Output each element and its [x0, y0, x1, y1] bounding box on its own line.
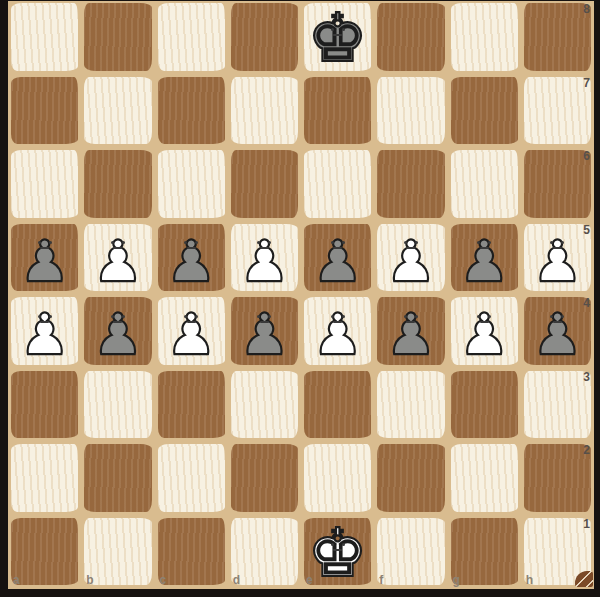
- square-b5[interactable]: ♟: [81, 222, 154, 296]
- square-a2[interactable]: [8, 442, 81, 516]
- king-glyph: ♚: [308, 520, 368, 587]
- square-f8[interactable]: [374, 1, 447, 75]
- square-c7[interactable]: [155, 75, 228, 149]
- black-king-e8[interactable]: ♚: [301, 1, 374, 75]
- square-d5[interactable]: ♟: [228, 222, 301, 296]
- white-pawn-b5[interactable]: ♟: [81, 222, 154, 296]
- rank-label-4: 4: [583, 297, 590, 309]
- pawn-glyph: ♟: [459, 233, 510, 290]
- square-b6[interactable]: [81, 148, 154, 222]
- black-pawn-a5[interactable]: ♟: [8, 222, 81, 296]
- white-pawn-e4[interactable]: ♟: [301, 295, 374, 369]
- square-c1[interactable]: c: [155, 516, 228, 590]
- square-g4[interactable]: ♟: [448, 295, 521, 369]
- square-h5[interactable]: ♟5: [521, 222, 594, 296]
- square-c8[interactable]: [155, 1, 228, 75]
- square-d8[interactable]: [228, 1, 301, 75]
- square-e3[interactable]: [301, 369, 374, 443]
- square-c4[interactable]: ♟: [155, 295, 228, 369]
- file-label-d: d: [233, 574, 240, 586]
- square-f2[interactable]: [374, 442, 447, 516]
- square-b8[interactable]: [81, 1, 154, 75]
- pawn-glyph: ♟: [532, 306, 583, 363]
- chess-board: ♚876♟♟♟♟♟♟♟♟5♟♟♟♟♟♟♟♟432abcd♚efg1h: [8, 1, 594, 589]
- square-d4[interactable]: ♟: [228, 295, 301, 369]
- rank-label-3: 3: [583, 371, 590, 383]
- square-c3[interactable]: [155, 369, 228, 443]
- square-d7[interactable]: [228, 75, 301, 149]
- file-label-e: e: [306, 574, 313, 586]
- square-a5[interactable]: ♟: [8, 222, 81, 296]
- square-h2[interactable]: 2: [521, 442, 594, 516]
- rank-label-6: 6: [583, 150, 590, 162]
- square-e7[interactable]: [301, 75, 374, 149]
- black-pawn-d4[interactable]: ♟: [228, 295, 301, 369]
- file-label-f: f: [379, 574, 383, 586]
- file-label-g: g: [453, 574, 460, 586]
- square-b1[interactable]: b: [81, 516, 154, 590]
- pencil-icon: [575, 571, 593, 587]
- file-label-c: c: [160, 574, 167, 586]
- square-g5[interactable]: ♟: [448, 222, 521, 296]
- pawn-glyph: ♟: [532, 233, 583, 290]
- square-a1[interactable]: a: [8, 516, 81, 590]
- square-h8[interactable]: 8: [521, 1, 594, 75]
- square-a4[interactable]: ♟: [8, 295, 81, 369]
- square-e2[interactable]: [301, 442, 374, 516]
- square-g8[interactable]: [448, 1, 521, 75]
- black-pawn-e5[interactable]: ♟: [301, 222, 374, 296]
- square-h3[interactable]: 3: [521, 369, 594, 443]
- rank-label-5: 5: [583, 224, 590, 236]
- pawn-glyph: ♟: [385, 233, 436, 290]
- rank-label-8: 8: [583, 3, 590, 15]
- square-f3[interactable]: [374, 369, 447, 443]
- white-pawn-c4[interactable]: ♟: [155, 295, 228, 369]
- pawn-glyph: ♟: [312, 306, 363, 363]
- rank-label-7: 7: [583, 77, 590, 89]
- pawn-glyph: ♟: [19, 306, 70, 363]
- white-pawn-d5[interactable]: ♟: [228, 222, 301, 296]
- file-label-h: h: [526, 574, 533, 586]
- square-g3[interactable]: [448, 369, 521, 443]
- square-h7[interactable]: 7: [521, 75, 594, 149]
- square-f4[interactable]: ♟: [374, 295, 447, 369]
- square-b7[interactable]: [81, 75, 154, 149]
- square-b2[interactable]: [81, 442, 154, 516]
- pawn-glyph: ♟: [19, 233, 70, 290]
- square-d6[interactable]: [228, 148, 301, 222]
- rank-label-1: 1: [583, 518, 590, 530]
- square-g2[interactable]: [448, 442, 521, 516]
- square-a7[interactable]: [8, 75, 81, 149]
- square-f7[interactable]: [374, 75, 447, 149]
- king-glyph: ♚: [308, 5, 368, 72]
- square-e5[interactable]: ♟: [301, 222, 374, 296]
- pawn-glyph: ♟: [92, 306, 143, 363]
- square-g6[interactable]: [448, 148, 521, 222]
- square-g1[interactable]: g: [448, 516, 521, 590]
- square-e6[interactable]: [301, 148, 374, 222]
- pawn-glyph: ♟: [385, 306, 436, 363]
- pawn-glyph: ♟: [459, 306, 510, 363]
- square-a3[interactable]: [8, 369, 81, 443]
- file-label-a: a: [13, 574, 20, 586]
- white-pawn-f5[interactable]: ♟: [374, 222, 447, 296]
- black-pawn-g5[interactable]: ♟: [448, 222, 521, 296]
- square-d1[interactable]: d: [228, 516, 301, 590]
- square-b4[interactable]: ♟: [81, 295, 154, 369]
- square-h6[interactable]: 6: [521, 148, 594, 222]
- square-a8[interactable]: [8, 1, 81, 75]
- square-d2[interactable]: [228, 442, 301, 516]
- square-h1[interactable]: 1h: [521, 516, 594, 590]
- square-c2[interactable]: [155, 442, 228, 516]
- pawn-glyph: ♟: [239, 306, 290, 363]
- white-pawn-g4[interactable]: ♟: [448, 295, 521, 369]
- square-h4[interactable]: ♟4: [521, 295, 594, 369]
- black-pawn-f4[interactable]: ♟: [374, 295, 447, 369]
- pawn-glyph: ♟: [166, 306, 217, 363]
- square-e1[interactable]: ♚e: [301, 516, 374, 590]
- square-b3[interactable]: [81, 369, 154, 443]
- pawn-glyph: ♟: [92, 233, 143, 290]
- square-a6[interactable]: [8, 148, 81, 222]
- square-d3[interactable]: [228, 369, 301, 443]
- rank-label-2: 2: [583, 444, 590, 456]
- pawn-glyph: ♟: [239, 233, 290, 290]
- square-c6[interactable]: [155, 148, 228, 222]
- square-f5[interactable]: ♟: [374, 222, 447, 296]
- square-g7[interactable]: [448, 75, 521, 149]
- pawn-glyph: ♟: [312, 233, 363, 290]
- square-f1[interactable]: f: [374, 516, 447, 590]
- pawn-glyph: ♟: [166, 233, 217, 290]
- black-pawn-c5[interactable]: ♟: [155, 222, 228, 296]
- square-f6[interactable]: [374, 148, 447, 222]
- file-label-b: b: [86, 574, 93, 586]
- black-pawn-b4[interactable]: ♟: [81, 295, 154, 369]
- square-e8[interactable]: ♚: [301, 1, 374, 75]
- square-c5[interactable]: ♟: [155, 222, 228, 296]
- square-e4[interactable]: ♟: [301, 295, 374, 369]
- white-pawn-a4[interactable]: ♟: [8, 295, 81, 369]
